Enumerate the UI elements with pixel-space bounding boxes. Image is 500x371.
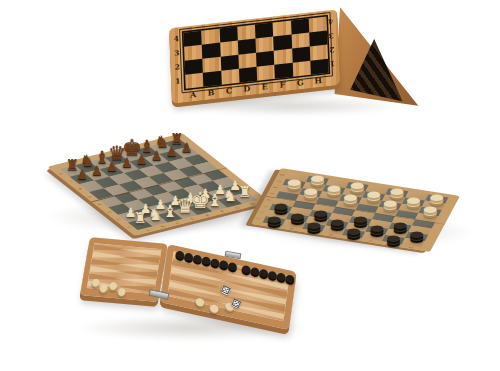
rank-label: 2 (110, 216, 129, 223)
backgammon-point (91, 259, 134, 269)
backgammon-checker-dark: ● (285, 272, 296, 284)
rank-label: 1 (173, 74, 184, 89)
die-face: ⚄ (220, 284, 232, 296)
folded-chessboard: 4321 4321 ABCDEFGH (169, 9, 340, 104)
product-photo: 4321 4321 ABCDEFGH ABCDEFGH 87654321 ABC… (0, 0, 500, 371)
backgammon-point (114, 276, 157, 286)
file-label: A (184, 87, 202, 102)
backgammon-point (116, 261, 159, 271)
rank-label: 3 (100, 208, 119, 215)
file-label: F (273, 77, 291, 92)
rank-label: 3 (171, 45, 182, 60)
backgammon-checker-light: ● (117, 286, 127, 297)
backgammon-point (119, 246, 162, 256)
file-label: D (238, 81, 256, 96)
rank-label: 7 (61, 178, 80, 185)
die: ⚄ (220, 285, 231, 295)
file-label: H (309, 73, 327, 88)
rank-label: 8 (51, 170, 70, 177)
backgammon-checker-light: ● (99, 283, 109, 294)
backgammon-checker-light: ● (109, 280, 119, 291)
backgammon-point (92, 251, 135, 261)
file-label: E (255, 79, 273, 94)
rank-label: 6 (71, 186, 90, 193)
backgammon-checker-light: ● (195, 295, 206, 307)
backgammon-point (93, 244, 136, 254)
rank-label: 4 (171, 31, 182, 46)
backgammon-checker-dark: ● (227, 260, 238, 272)
file-label: B (202, 85, 220, 100)
file-label: G (291, 75, 309, 90)
backgammon-point (115, 268, 158, 278)
rank-label: 2 (172, 59, 183, 74)
file-label: C (220, 83, 238, 98)
rank-label: 1 (119, 224, 138, 231)
backgammon-checker-light: ● (209, 302, 220, 314)
backgammon-point (118, 254, 161, 264)
backgammon-point (90, 266, 133, 276)
